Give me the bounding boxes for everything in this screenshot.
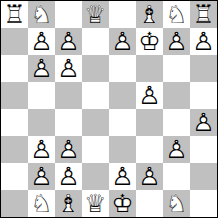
square-c7[interactable]: ♟♙ xyxy=(55,28,82,55)
square-b3[interactable]: ♟♙ xyxy=(28,136,55,163)
square-h2[interactable] xyxy=(190,163,217,190)
white-pawn-icon: ♙ xyxy=(163,28,190,55)
square-a1[interactable] xyxy=(1,190,28,217)
square-c6[interactable]: ♟♙ xyxy=(55,55,82,82)
square-c3[interactable]: ♟♙ xyxy=(55,136,82,163)
square-g6[interactable] xyxy=(163,55,190,82)
square-d3[interactable] xyxy=(82,136,109,163)
square-f3[interactable] xyxy=(136,136,163,163)
square-g2[interactable] xyxy=(163,163,190,190)
square-a6[interactable] xyxy=(1,55,28,82)
square-d7[interactable] xyxy=(82,28,109,55)
white-pawn-icon: ♙ xyxy=(28,28,55,55)
square-f7[interactable]: ♚♔ xyxy=(136,28,163,55)
square-f4[interactable] xyxy=(136,109,163,136)
square-c2[interactable]: ♟♙ xyxy=(55,163,82,190)
square-g3[interactable]: ♟♙ xyxy=(163,136,190,163)
white-pawn-icon: ♙ xyxy=(55,28,82,55)
white-queen-icon: ♕ xyxy=(82,1,109,28)
white-knight-icon: ♘ xyxy=(28,190,55,217)
square-d2[interactable] xyxy=(82,163,109,190)
square-b5[interactable] xyxy=(28,82,55,109)
white-bishop-icon: ♗ xyxy=(136,1,163,28)
square-e8[interactable] xyxy=(109,1,136,28)
white-knight-icon: ♘ xyxy=(28,1,55,28)
square-c8[interactable] xyxy=(55,1,82,28)
white-pawn-icon: ♙ xyxy=(55,163,82,190)
white-pawn-icon: ♙ xyxy=(109,28,136,55)
square-a8[interactable]: ♜♖ xyxy=(1,1,28,28)
white-pawn-icon: ♙ xyxy=(136,82,163,109)
square-a4[interactable] xyxy=(1,109,28,136)
white-bishop-icon: ♗ xyxy=(55,190,82,217)
white-pawn-icon: ♙ xyxy=(28,163,55,190)
square-g8[interactable]: ♞♘ xyxy=(163,1,190,28)
white-pawn-icon: ♙ xyxy=(136,163,163,190)
white-pawn-icon: ♙ xyxy=(163,136,190,163)
white-rook-icon: ♖ xyxy=(1,1,28,28)
square-a2[interactable] xyxy=(1,163,28,190)
white-king-icon: ♔ xyxy=(136,28,163,55)
square-f2[interactable]: ♟♙ xyxy=(136,163,163,190)
square-c5[interactable] xyxy=(55,82,82,109)
square-a5[interactable] xyxy=(1,82,28,109)
white-pawn-icon: ♙ xyxy=(55,55,82,82)
square-b6[interactable]: ♟♙ xyxy=(28,55,55,82)
square-b7[interactable]: ♟♙ xyxy=(28,28,55,55)
square-d5[interactable] xyxy=(82,82,109,109)
square-h5[interactable] xyxy=(190,82,217,109)
square-b4[interactable] xyxy=(28,109,55,136)
square-d4[interactable] xyxy=(82,109,109,136)
square-f8[interactable]: ♝♗ xyxy=(136,1,163,28)
square-c1[interactable]: ♝♗ xyxy=(55,190,82,217)
square-g7[interactable]: ♟♙ xyxy=(163,28,190,55)
square-b8[interactable]: ♞♘ xyxy=(28,1,55,28)
chess-board: ♜♖♞♘♛♕♝♗♞♘♜♖♟♙♟♙♟♙♚♔♟♙♟♙♟♙♟♙♟♙♟♙♟♙♟♙♟♙♟♙… xyxy=(0,0,218,218)
square-f5[interactable]: ♟♙ xyxy=(136,82,163,109)
square-f1[interactable] xyxy=(136,190,163,217)
square-d6[interactable] xyxy=(82,55,109,82)
square-g4[interactable] xyxy=(163,109,190,136)
white-king-icon: ♔ xyxy=(109,190,136,217)
square-h4[interactable]: ♟♙ xyxy=(190,109,217,136)
square-e5[interactable] xyxy=(109,82,136,109)
white-queen-icon: ♕ xyxy=(82,190,109,217)
square-a7[interactable] xyxy=(1,28,28,55)
square-f6[interactable] xyxy=(136,55,163,82)
square-e4[interactable] xyxy=(109,109,136,136)
square-h1[interactable] xyxy=(190,190,217,217)
white-knight-icon: ♘ xyxy=(163,190,190,217)
square-e1[interactable]: ♚♔ xyxy=(109,190,136,217)
white-pawn-icon: ♙ xyxy=(190,109,217,136)
white-pawn-icon: ♙ xyxy=(190,28,217,55)
square-b1[interactable]: ♞♘ xyxy=(28,190,55,217)
square-d8[interactable]: ♛♕ xyxy=(82,1,109,28)
white-pawn-icon: ♙ xyxy=(55,136,82,163)
square-g1[interactable]: ♞♘ xyxy=(163,190,190,217)
square-h8[interactable]: ♜♖ xyxy=(190,1,217,28)
white-pawn-icon: ♙ xyxy=(109,163,136,190)
square-h6[interactable] xyxy=(190,55,217,82)
white-rook-icon: ♖ xyxy=(190,1,217,28)
white-knight-icon: ♘ xyxy=(163,1,190,28)
square-d1[interactable]: ♛♕ xyxy=(82,190,109,217)
square-e3[interactable] xyxy=(109,136,136,163)
square-b2[interactable]: ♟♙ xyxy=(28,163,55,190)
square-h7[interactable]: ♟♙ xyxy=(190,28,217,55)
square-e2[interactable]: ♟♙ xyxy=(109,163,136,190)
square-e7[interactable]: ♟♙ xyxy=(109,28,136,55)
square-g5[interactable] xyxy=(163,82,190,109)
square-c4[interactable] xyxy=(55,109,82,136)
square-h3[interactable] xyxy=(190,136,217,163)
square-a3[interactable] xyxy=(1,136,28,163)
white-pawn-icon: ♙ xyxy=(28,136,55,163)
white-pawn-icon: ♙ xyxy=(28,55,55,82)
square-e6[interactable] xyxy=(109,55,136,82)
